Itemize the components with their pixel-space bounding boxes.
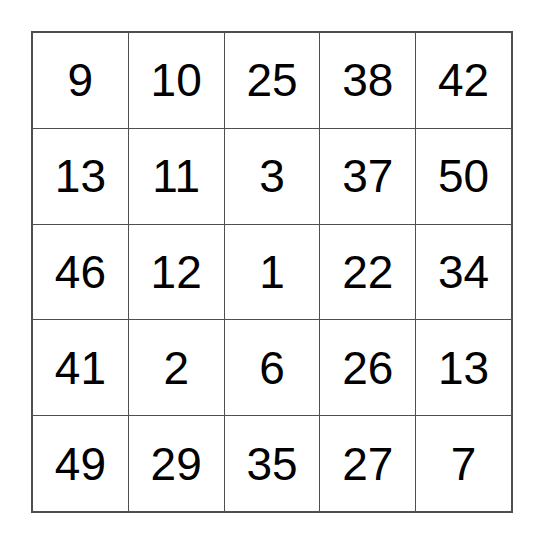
grid-cell-r3c4: 22	[320, 225, 415, 320]
grid-cell-r2c5: 50	[416, 129, 511, 224]
grid-cell-r5c5: 7	[416, 416, 511, 511]
grid-cell-r3c1: 46	[33, 225, 128, 320]
grid-cell-r5c4: 27	[320, 416, 415, 511]
grid-cell-r2c1: 13	[33, 129, 128, 224]
grid-cell-r2c2: 11	[129, 129, 224, 224]
grid-cell-r1c5: 42	[416, 33, 511, 128]
page: 9102538421311337504612122344126261349293…	[0, 0, 544, 544]
grid-cell-r2c4: 37	[320, 129, 415, 224]
grid-cell-r4c1: 41	[33, 320, 128, 415]
grid-cell-r4c2: 2	[129, 320, 224, 415]
grid-cell-r1c3: 25	[225, 33, 320, 128]
grid-cell-r1c1: 9	[33, 33, 128, 128]
grid-cell-r5c3: 35	[225, 416, 320, 511]
grid-cell-r4c5: 13	[416, 320, 511, 415]
grid-cell-r5c1: 49	[33, 416, 128, 511]
grid-cell-r3c5: 34	[416, 225, 511, 320]
bingo-board: 9102538421311337504612122344126261349293…	[31, 31, 513, 513]
grid-cell-r5c2: 29	[129, 416, 224, 511]
grid-cell-r1c2: 10	[129, 33, 224, 128]
grid-cell-r4c3: 6	[225, 320, 320, 415]
grid-cell-r3c3: 1	[225, 225, 320, 320]
grid-cell-r1c4: 38	[320, 33, 415, 128]
grid-cell-r3c2: 12	[129, 225, 224, 320]
grid-cell-r4c4: 26	[320, 320, 415, 415]
grid-cell-r2c3: 3	[225, 129, 320, 224]
